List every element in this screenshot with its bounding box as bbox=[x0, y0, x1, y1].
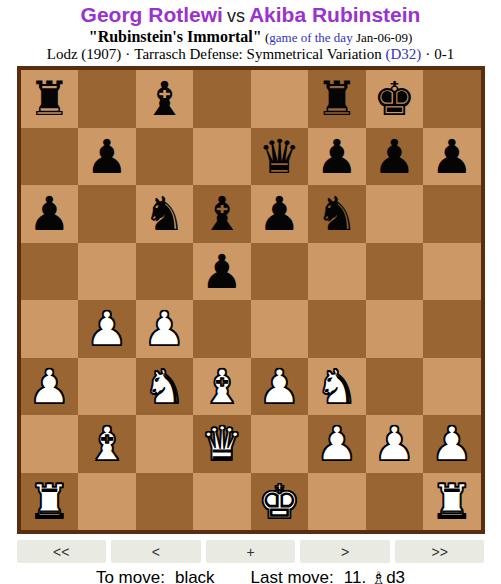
jump-to-start-button[interactable]: << bbox=[17, 540, 107, 563]
event-line: Lodz (1907)·Tarrasch Defense: Symmetrica… bbox=[0, 46, 501, 63]
black-rook-piece: ♜ bbox=[28, 70, 70, 127]
black-knight-piece: ♞ bbox=[143, 185, 185, 242]
jump-to-end-button[interactable]: >> bbox=[395, 540, 485, 563]
square-d4 bbox=[193, 300, 251, 358]
square-h4 bbox=[423, 300, 481, 358]
square-b4: ♟ bbox=[78, 300, 136, 358]
white-knight-piece: ♞ bbox=[143, 358, 185, 415]
square-b1 bbox=[78, 473, 136, 531]
square-b6 bbox=[78, 185, 136, 243]
square-d5: ♟ bbox=[193, 243, 251, 301]
black-king-piece: ♚ bbox=[373, 70, 415, 127]
separator-dot: · bbox=[121, 46, 134, 62]
square-f6: ♞ bbox=[308, 185, 366, 243]
players-line: Georg RotlewivsAkiba Rubinstein bbox=[0, 0, 501, 27]
square-d6: ♝ bbox=[193, 185, 251, 243]
black-pawn-piece: ♟ bbox=[86, 128, 128, 185]
square-g2: ♟ bbox=[366, 415, 424, 473]
white-pawn-piece: ♟ bbox=[86, 300, 128, 357]
square-g7: ♟ bbox=[366, 128, 424, 186]
separator-dot: · bbox=[421, 46, 434, 62]
square-h5 bbox=[423, 243, 481, 301]
square-c6: ♞ bbox=[136, 185, 194, 243]
black-pawn-piece: ♟ bbox=[258, 185, 300, 242]
square-e5 bbox=[251, 243, 309, 301]
square-f7: ♟ bbox=[308, 128, 366, 186]
square-a1: ♜ bbox=[21, 473, 79, 531]
last-move-group: Last move: 11. ♗d3 bbox=[251, 568, 405, 584]
square-f3: ♞ bbox=[308, 358, 366, 416]
black-bishop-piece: ♝ bbox=[201, 185, 243, 242]
white-pawn-piece: ♟ bbox=[431, 415, 473, 472]
step-back-button[interactable]: < bbox=[111, 540, 201, 563]
square-b8 bbox=[78, 70, 136, 128]
square-c2 bbox=[136, 415, 194, 473]
white-pawn-piece: ♟ bbox=[143, 300, 185, 357]
square-a3: ♟ bbox=[21, 358, 79, 416]
black-pawn-piece: ♟ bbox=[373, 128, 415, 185]
gotd-date: Jan-06-09) bbox=[353, 30, 413, 45]
step-forward-button[interactable]: > bbox=[300, 540, 390, 563]
square-d1 bbox=[193, 473, 251, 531]
move-navigation: << < + > >> bbox=[17, 540, 485, 563]
square-d2: ♛ bbox=[193, 415, 251, 473]
square-h3 bbox=[423, 358, 481, 416]
white-bishop-piece: ♝ bbox=[86, 415, 128, 472]
square-a7 bbox=[21, 128, 79, 186]
square-c5 bbox=[136, 243, 194, 301]
bishop-icon: ♗ bbox=[371, 568, 386, 584]
white-pawn-piece: ♟ bbox=[258, 358, 300, 415]
black-pawn-piece: ♟ bbox=[201, 243, 243, 300]
square-f2: ♟ bbox=[308, 415, 366, 473]
square-b7: ♟ bbox=[78, 128, 136, 186]
game-of-the-day-link[interactable]: game of the day bbox=[269, 30, 352, 45]
square-a4 bbox=[21, 300, 79, 358]
autoplay-button[interactable]: + bbox=[206, 540, 296, 563]
event-name: Lodz (1907) bbox=[47, 46, 122, 62]
opening-name: Tarrasch Defense: Symmetrical Variation bbox=[134, 46, 381, 62]
square-a8: ♜ bbox=[21, 70, 79, 128]
square-g6 bbox=[366, 185, 424, 243]
header: Georg RotlewivsAkiba Rubinstein "Rubinst… bbox=[0, 0, 501, 63]
to-move-label: To move: bbox=[96, 568, 165, 584]
square-g5 bbox=[366, 243, 424, 301]
black-pawn-piece: ♟ bbox=[28, 185, 70, 242]
square-c3: ♞ bbox=[136, 358, 194, 416]
last-move-square: d3 bbox=[386, 568, 405, 584]
square-e1: ♚ bbox=[251, 473, 309, 531]
white-pawn-piece: ♟ bbox=[316, 415, 358, 472]
white-pawn-piece: ♟ bbox=[373, 415, 415, 472]
black-pawn-piece: ♟ bbox=[431, 128, 473, 185]
eco-code-link[interactable]: (D32) bbox=[385, 46, 421, 62]
square-f4 bbox=[308, 300, 366, 358]
square-g4 bbox=[366, 300, 424, 358]
game-result: 0-1 bbox=[434, 46, 454, 62]
white-bishop-piece: ♝ bbox=[201, 358, 243, 415]
last-move-label: Last move: bbox=[251, 568, 334, 584]
square-f8: ♜ bbox=[308, 70, 366, 128]
white-king-piece: ♚ bbox=[258, 473, 300, 530]
square-f1 bbox=[308, 473, 366, 531]
white-knight-piece: ♞ bbox=[316, 358, 358, 415]
black-player-link[interactable]: Akiba Rubinstein bbox=[249, 3, 421, 26]
square-g3 bbox=[366, 358, 424, 416]
square-c4: ♟ bbox=[136, 300, 194, 358]
game-title-line: "Rubinstein's Immortal" (game of the day… bbox=[0, 28, 501, 46]
square-e3: ♟ bbox=[251, 358, 309, 416]
black-rook-piece: ♜ bbox=[316, 70, 358, 127]
square-c1 bbox=[136, 473, 194, 531]
square-g8: ♚ bbox=[366, 70, 424, 128]
square-a5 bbox=[21, 243, 79, 301]
square-e8 bbox=[251, 70, 309, 128]
square-d7 bbox=[193, 128, 251, 186]
square-e2 bbox=[251, 415, 309, 473]
game-title: "Rubinstein's Immortal" bbox=[89, 28, 262, 45]
square-e7: ♛ bbox=[251, 128, 309, 186]
black-pawn-piece: ♟ bbox=[316, 128, 358, 185]
square-d3: ♝ bbox=[193, 358, 251, 416]
vs-label: vs bbox=[223, 6, 249, 26]
square-b5 bbox=[78, 243, 136, 301]
to-move-value: black bbox=[175, 568, 215, 584]
black-queen-piece: ♛ bbox=[258, 128, 300, 185]
status-bar: To move: black Last move: 11. ♗d3 bbox=[0, 568, 501, 584]
square-b2: ♝ bbox=[78, 415, 136, 473]
last-move-number: 11. bbox=[344, 568, 366, 584]
white-player-link[interactable]: Georg Rotlewi bbox=[81, 3, 223, 26]
white-rook-piece: ♜ bbox=[431, 473, 473, 530]
square-a6: ♟ bbox=[21, 185, 79, 243]
black-bishop-piece: ♝ bbox=[143, 70, 185, 127]
square-h8 bbox=[423, 70, 481, 128]
to-move-group: To move: black bbox=[96, 568, 215, 584]
white-queen-piece: ♛ bbox=[201, 415, 243, 472]
chess-board: ♜♝♜♚♟♛♟♟♟♟♞♝♟♞♟♟♟♟♞♝♟♞♝♛♟♟♟♜♚♜ bbox=[17, 66, 485, 534]
white-rook-piece: ♜ bbox=[28, 473, 70, 530]
square-h7: ♟ bbox=[423, 128, 481, 186]
square-c8: ♝ bbox=[136, 70, 194, 128]
square-h6 bbox=[423, 185, 481, 243]
square-e4 bbox=[251, 300, 309, 358]
square-a2 bbox=[21, 415, 79, 473]
black-knight-piece: ♞ bbox=[316, 185, 358, 242]
white-pawn-piece: ♟ bbox=[28, 358, 70, 415]
square-h1: ♜ bbox=[423, 473, 481, 531]
square-h2: ♟ bbox=[423, 415, 481, 473]
square-c7 bbox=[136, 128, 194, 186]
square-d8 bbox=[193, 70, 251, 128]
square-f5 bbox=[308, 243, 366, 301]
square-g1 bbox=[366, 473, 424, 531]
square-e6: ♟ bbox=[251, 185, 309, 243]
square-b3 bbox=[78, 358, 136, 416]
